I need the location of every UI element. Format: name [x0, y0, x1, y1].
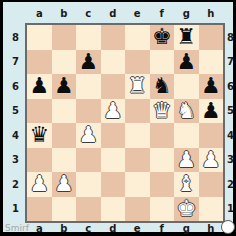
file-labels-bottom: abcdefgh: [27, 222, 223, 234]
board-frame: abcdefgh abcdefgh 87654321 87654321 Smir…: [3, 2, 233, 232]
chess-board: ♚♜♟♟♟♟♜♞♟♟♛♞♟♛♟♟♟♟♟♝♚: [25, 23, 225, 223]
white-knight[interactable]: ♞: [176, 99, 196, 124]
white-pawn[interactable]: ♟: [29, 172, 49, 197]
file-label-b: b: [52, 4, 77, 23]
square-a8[interactable]: [27, 25, 52, 50]
square-f4[interactable]: [150, 123, 175, 148]
square-f5[interactable]: ♛: [150, 99, 175, 124]
square-h2[interactable]: [199, 172, 224, 197]
square-h7[interactable]: [199, 50, 224, 75]
white-pawn[interactable]: ♟: [201, 148, 221, 173]
file-label-c: c: [76, 222, 101, 234]
black-rook[interactable]: ♜: [176, 25, 196, 50]
white-pawn[interactable]: ♟: [54, 172, 74, 197]
square-d6[interactable]: [101, 74, 126, 99]
square-d7[interactable]: [101, 50, 126, 75]
file-label-h: h: [199, 4, 224, 23]
square-g6[interactable]: [174, 74, 199, 99]
black-pawn[interactable]: ♟: [201, 99, 221, 124]
rank-label-5: 5: [225, 99, 236, 124]
square-a7[interactable]: [27, 50, 52, 75]
square-h6[interactable]: ♟: [199, 74, 224, 99]
file-label-f: f: [150, 4, 175, 23]
square-b2[interactable]: ♟: [52, 172, 77, 197]
square-a4[interactable]: ♛: [27, 123, 52, 148]
file-label-h: h: [199, 222, 224, 234]
square-c7[interactable]: ♟: [76, 50, 101, 75]
rank-label-4: 4: [225, 123, 236, 148]
file-label-a: a: [27, 222, 52, 234]
square-d3[interactable]: [101, 148, 126, 173]
square-g2[interactable]: ♝: [174, 172, 199, 197]
rank-label-3: 3: [6, 148, 25, 173]
chess-app-window: abcdefgh abcdefgh 87654321 87654321 Smir…: [0, 0, 236, 236]
square-e8[interactable]: [125, 25, 150, 50]
rank-label-8: 8: [225, 25, 236, 50]
white-pawn[interactable]: ♟: [103, 99, 123, 124]
square-g3[interactable]: ♟: [174, 148, 199, 173]
square-f7[interactable]: [150, 50, 175, 75]
rank-label-7: 7: [225, 50, 236, 75]
white-pawn[interactable]: ♟: [176, 148, 196, 173]
square-d1[interactable]: [101, 197, 126, 222]
app-watermark: Smirf: [5, 223, 29, 233]
file-label-d: d: [101, 222, 126, 234]
square-d5[interactable]: ♟: [101, 99, 126, 124]
square-e1[interactable]: [125, 197, 150, 222]
square-d8[interactable]: [101, 25, 126, 50]
rank-label-1: 1: [6, 197, 25, 222]
square-f1[interactable]: [150, 197, 175, 222]
square-h1[interactable]: [199, 197, 224, 222]
square-e2[interactable]: [125, 172, 150, 197]
file-label-a: a: [27, 4, 52, 23]
rank-label-2: 2: [6, 172, 25, 197]
square-g5[interactable]: ♞: [174, 99, 199, 124]
black-pawn[interactable]: ♟: [78, 50, 98, 75]
square-f2[interactable]: [150, 172, 175, 197]
file-label-g: g: [174, 4, 199, 23]
square-c2[interactable]: [76, 172, 101, 197]
rank-label-1: 1: [225, 197, 236, 222]
square-f8[interactable]: ♚: [150, 25, 175, 50]
rank-label-4: 4: [6, 123, 25, 148]
square-b6[interactable]: ♟: [52, 74, 77, 99]
rank-label-8: 8: [6, 25, 25, 50]
black-pawn[interactable]: ♟: [54, 74, 74, 99]
square-g4[interactable]: [174, 123, 199, 148]
square-c1[interactable]: [76, 197, 101, 222]
square-a2[interactable]: ♟: [27, 172, 52, 197]
square-b7[interactable]: [52, 50, 77, 75]
square-b8[interactable]: [52, 25, 77, 50]
rank-label-6: 6: [225, 74, 236, 99]
square-c6[interactable]: [76, 74, 101, 99]
square-b4[interactable]: [52, 123, 77, 148]
rank-label-7: 7: [6, 50, 25, 75]
white-king[interactable]: ♚: [176, 197, 196, 222]
white-to-move-indicator: [221, 220, 235, 234]
rank-label-6: 6: [6, 74, 25, 99]
square-d4[interactable]: [101, 123, 126, 148]
square-g1[interactable]: ♚: [174, 197, 199, 222]
black-pawn[interactable]: ♟: [201, 74, 221, 99]
square-g7[interactable]: ♟: [174, 50, 199, 75]
white-queen[interactable]: ♛: [152, 99, 172, 124]
square-b5[interactable]: [52, 99, 77, 124]
square-b3[interactable]: [52, 148, 77, 173]
white-pawn[interactable]: ♟: [78, 123, 98, 148]
white-bishop[interactable]: ♝: [176, 172, 196, 197]
square-a6[interactable]: ♟: [27, 74, 52, 99]
black-queen[interactable]: ♛: [29, 123, 49, 148]
rank-labels-right: 87654321: [225, 25, 236, 221]
square-h4[interactable]: [199, 123, 224, 148]
square-h3[interactable]: ♟: [199, 148, 224, 173]
square-h5[interactable]: ♟: [199, 99, 224, 124]
rank-label-2: 2: [225, 172, 236, 197]
file-label-f: f: [150, 222, 175, 234]
square-g8[interactable]: ♜: [174, 25, 199, 50]
rank-label-3: 3: [225, 148, 236, 173]
square-e5[interactable]: [125, 99, 150, 124]
rank-label-5: 5: [6, 99, 25, 124]
square-e7[interactable]: [125, 50, 150, 75]
square-h8[interactable]: [199, 25, 224, 50]
file-labels-top: abcdefgh: [27, 4, 223, 23]
black-pawn[interactable]: ♟: [176, 50, 196, 75]
file-label-e: e: [125, 222, 150, 234]
square-e6[interactable]: ♜: [125, 74, 150, 99]
square-e3[interactable]: [125, 148, 150, 173]
file-label-g: g: [174, 222, 199, 234]
square-c5[interactable]: [76, 99, 101, 124]
white-rook[interactable]: ♜: [127, 74, 147, 99]
square-f3[interactable]: [150, 148, 175, 173]
file-label-c: c: [76, 4, 101, 23]
file-label-e: e: [125, 4, 150, 23]
square-c4[interactable]: ♟: [76, 123, 101, 148]
square-a3[interactable]: [27, 148, 52, 173]
black-pawn[interactable]: ♟: [29, 74, 49, 99]
square-a5[interactable]: [27, 99, 52, 124]
black-king[interactable]: ♚: [152, 25, 172, 50]
square-b1[interactable]: [52, 197, 77, 222]
file-label-d: d: [101, 4, 126, 23]
square-f6[interactable]: ♞: [150, 74, 175, 99]
file-label-b: b: [52, 222, 77, 234]
square-d2[interactable]: [101, 172, 126, 197]
square-c8[interactable]: [76, 25, 101, 50]
square-e4[interactable]: [125, 123, 150, 148]
square-c3[interactable]: [76, 148, 101, 173]
square-a1[interactable]: [27, 197, 52, 222]
rank-labels-left: 87654321: [6, 25, 25, 221]
black-knight[interactable]: ♞: [152, 74, 172, 99]
